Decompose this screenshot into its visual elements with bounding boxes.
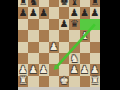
square-h3[interactable] [90,53,100,64]
square-g5[interactable]: ♝ [80,30,90,41]
white-rook: ♜ [90,76,99,86]
square-e4[interactable] [59,42,69,53]
square-a5[interactable] [18,30,28,41]
square-g8[interactable] [80,0,90,7]
black-pawn: ♟ [70,8,79,18]
white-pawn: ♟ [49,42,58,52]
black-queen: ♛ [70,19,79,29]
square-a7[interactable]: ♟ [18,7,28,18]
square-d7[interactable] [49,7,59,18]
square-d6[interactable] [49,19,59,30]
white-pawn: ♟ [70,65,79,75]
square-c3[interactable] [39,53,49,64]
black-pawn: ♟ [29,8,38,18]
square-c4[interactable] [39,42,49,53]
square-g6[interactable] [80,19,90,30]
white-bishop: ♝ [80,31,89,41]
white-king: ♚ [60,76,69,86]
square-a6[interactable] [18,19,28,30]
black-bishop: ♝ [70,0,79,7]
square-b4[interactable] [28,42,38,53]
square-b2[interactable]: ♟ [28,64,38,75]
black-pawn: ♟ [80,8,89,18]
square-g2[interactable]: ♟ [80,64,90,75]
square-e6[interactable]: ♟ [59,19,69,30]
white-rook: ♜ [19,76,28,86]
white-knight: ♞ [70,54,79,64]
square-h1[interactable]: ♜ [90,76,100,87]
square-f1[interactable] [69,76,79,87]
square-d1[interactable] [49,76,59,87]
bottom-toolbar-edge [18,87,100,90]
square-c2[interactable]: ♟ [39,64,49,75]
square-d4[interactable]: ♟ [49,42,59,53]
square-f2[interactable]: ♟ [69,64,79,75]
square-d2[interactable] [49,64,59,75]
square-a2[interactable]: ♟ [18,64,28,75]
black-pawn: ♟ [90,8,99,18]
black-pawn: ♟ [60,19,69,29]
square-c7[interactable]: ♟ [39,7,49,18]
square-f4[interactable] [69,42,79,53]
square-h4[interactable] [90,42,100,53]
square-h2[interactable]: ♟ [90,64,100,75]
square-b6[interactable] [28,19,38,30]
square-d5[interactable] [49,30,59,41]
square-d8[interactable] [49,0,59,7]
square-b1[interactable] [28,76,38,87]
square-f5[interactable] [69,30,79,41]
black-knight: ♞ [29,0,38,7]
left-letterbox-bar [0,0,18,90]
square-b3[interactable] [28,53,38,64]
square-g4[interactable] [80,42,90,53]
square-a4[interactable] [18,42,28,53]
square-e8[interactable]: ♚ [59,0,69,7]
square-g3[interactable] [80,53,90,64]
square-g7[interactable]: ♟ [80,7,90,18]
app-window: ♜♞♚♝♜♟♟♟♟♟♟♟♛♝♟♞♟♟♟♟♟♟♜♚♜ [0,0,120,90]
square-e3[interactable] [59,53,69,64]
square-a1[interactable]: ♜ [18,76,28,87]
square-c8[interactable] [39,0,49,7]
black-king: ♚ [60,0,69,7]
square-c5[interactable] [39,30,49,41]
square-h8[interactable]: ♜ [90,0,100,7]
square-e7[interactable] [59,7,69,18]
white-pawn: ♟ [90,65,99,75]
square-g1[interactable] [80,76,90,87]
square-e5[interactable] [59,30,69,41]
square-d3[interactable] [49,53,59,64]
square-b5[interactable] [28,30,38,41]
square-e2[interactable] [59,64,69,75]
white-pawn: ♟ [80,65,89,75]
square-b8[interactable]: ♞ [28,0,38,7]
square-h7[interactable]: ♟ [90,7,100,18]
white-pawn: ♟ [29,65,38,75]
black-rook: ♜ [19,0,28,7]
white-pawn: ♟ [39,65,48,75]
white-pawn: ♟ [19,65,28,75]
square-f3[interactable]: ♞ [69,53,79,64]
square-h6[interactable] [90,19,100,30]
square-c1[interactable] [39,76,49,87]
square-e1[interactable]: ♚ [59,76,69,87]
square-b7[interactable]: ♟ [28,7,38,18]
black-rook: ♜ [90,0,99,7]
square-a3[interactable] [18,53,28,64]
square-c6[interactable] [39,19,49,30]
square-h5[interactable] [90,30,100,41]
black-pawn: ♟ [39,8,48,18]
square-f8[interactable]: ♝ [69,0,79,7]
square-f6[interactable]: ♛ [69,19,79,30]
chess-board[interactable]: ♜♞♚♝♜♟♟♟♟♟♟♟♛♝♟♞♟♟♟♟♟♟♜♚♜ [18,0,100,87]
square-a8[interactable]: ♜ [18,0,28,7]
right-letterbox-bar [100,0,120,90]
black-pawn: ♟ [19,8,28,18]
square-f7[interactable]: ♟ [69,7,79,18]
